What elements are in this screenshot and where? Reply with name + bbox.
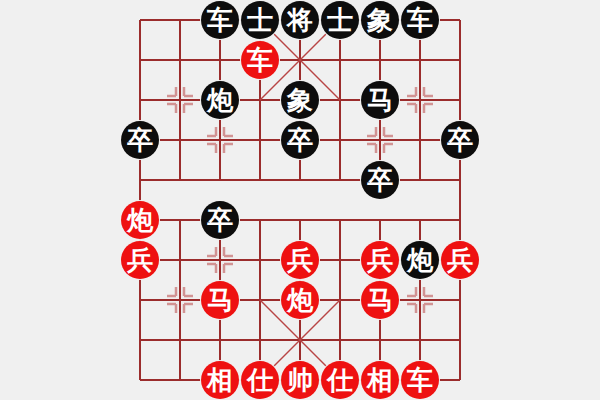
piece-red-chariot[interactable]: 车 [241, 41, 279, 79]
piece-black-horse[interactable]: 马 [361, 81, 399, 119]
piece-black-chariot[interactable]: 车 [201, 1, 239, 39]
piece-red-advisor[interactable]: 仕 [241, 361, 279, 399]
piece-black-cannon[interactable]: 炮 [201, 81, 239, 119]
piece-red-chariot[interactable]: 车 [401, 361, 439, 399]
piece-black-advisor[interactable]: 士 [241, 1, 279, 39]
piece-red-soldier[interactable]: 兵 [121, 241, 159, 279]
piece-red-elephant[interactable]: 相 [201, 361, 239, 399]
piece-black-soldier[interactable]: 卒 [121, 121, 159, 159]
piece-black-soldier[interactable]: 卒 [361, 161, 399, 199]
piece-red-elephant[interactable]: 相 [361, 361, 399, 399]
piece-red-cannon[interactable]: 炮 [121, 201, 159, 239]
piece-red-horse[interactable]: 马 [201, 281, 239, 319]
piece-black-advisor[interactable]: 士 [321, 1, 359, 39]
piece-black-general[interactable]: 将 [281, 1, 319, 39]
piece-black-soldier[interactable]: 卒 [441, 121, 479, 159]
piece-black-soldier[interactable]: 卒 [201, 201, 239, 239]
piece-red-soldier[interactable]: 兵 [441, 241, 479, 279]
piece-red-general[interactable]: 帅 [281, 361, 319, 399]
piece-red-soldier[interactable]: 兵 [361, 241, 399, 279]
piece-red-advisor[interactable]: 仕 [321, 361, 359, 399]
pieces-layer: 车士将士象车车炮象马卒卒卒卒炮卒兵兵兵炮兵马炮马相仕帅仕相车 [120, 0, 480, 400]
piece-black-cannon[interactable]: 炮 [401, 241, 439, 279]
piece-black-elephant[interactable]: 象 [281, 81, 319, 119]
piece-black-elephant[interactable]: 象 [361, 1, 399, 39]
piece-red-cannon[interactable]: 炮 [281, 281, 319, 319]
piece-black-soldier[interactable]: 卒 [281, 121, 319, 159]
piece-red-horse[interactable]: 马 [361, 281, 399, 319]
xiangqi-board[interactable]: 车士将士象车车炮象马卒卒卒卒炮卒兵兵兵炮兵马炮马相仕帅仕相车 [0, 0, 600, 400]
piece-red-soldier[interactable]: 兵 [281, 241, 319, 279]
piece-black-chariot[interactable]: 车 [401, 1, 439, 39]
